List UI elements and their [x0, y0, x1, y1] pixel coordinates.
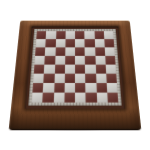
chess-board-box [9, 20, 142, 130]
board-square [75, 47, 85, 55]
board-square [75, 93, 86, 103]
board-square [75, 39, 85, 47]
board-square [35, 47, 45, 55]
board-square [55, 47, 65, 55]
board-square [55, 56, 65, 65]
board-square [85, 56, 95, 65]
board-square [95, 47, 105, 55]
board-square [36, 39, 46, 47]
wooden-frame [9, 20, 142, 130]
board-square [106, 83, 117, 93]
board-square [75, 31, 85, 39]
board-square [44, 65, 55, 74]
board-square [65, 39, 75, 47]
board-square [53, 93, 64, 103]
board-square [65, 47, 75, 55]
board-square [75, 56, 85, 65]
board-square [94, 39, 104, 47]
board-square [44, 74, 55, 83]
board-square [85, 47, 95, 55]
board-square [105, 47, 115, 55]
board-square [34, 65, 45, 74]
board-square [104, 31, 114, 39]
inner-wood-margin [25, 27, 125, 109]
board-square [64, 83, 75, 93]
board-square [95, 56, 105, 65]
board-square [55, 39, 65, 47]
board-square [85, 74, 96, 83]
board-square [65, 31, 75, 39]
board-square [96, 74, 107, 83]
board-square [46, 31, 56, 39]
board-square [64, 93, 75, 103]
chess-board-grid [32, 31, 119, 102]
board-square [45, 56, 55, 65]
board-square [45, 39, 55, 47]
board-square [43, 83, 54, 93]
board-square [54, 83, 65, 93]
board-square [32, 83, 43, 93]
board-square [105, 56, 116, 65]
board-square [65, 74, 75, 83]
photo-background [0, 0, 150, 150]
board-square [54, 74, 65, 83]
metal-inlay-border [28, 29, 122, 106]
board-square [56, 31, 66, 39]
board-square [86, 93, 97, 103]
board-square [65, 56, 75, 65]
board-square [107, 93, 118, 103]
board-square [33, 74, 44, 83]
board-square [42, 93, 53, 103]
board-square [85, 65, 95, 74]
board-square [36, 31, 46, 39]
board-square [85, 31, 95, 39]
board-square [75, 74, 85, 83]
board-square [75, 83, 86, 93]
board-square [95, 65, 106, 74]
board-square [54, 65, 64, 74]
board-square [85, 39, 95, 47]
board-square [94, 31, 104, 39]
board-square [106, 74, 117, 83]
board-square [65, 65, 75, 74]
board-square [45, 47, 55, 55]
board-square [104, 39, 114, 47]
board-square [96, 93, 107, 103]
board-square [96, 83, 107, 93]
board-square [34, 56, 45, 65]
board-square [32, 93, 43, 103]
board-square [75, 65, 85, 74]
board-square [105, 65, 116, 74]
board-square [85, 83, 96, 93]
